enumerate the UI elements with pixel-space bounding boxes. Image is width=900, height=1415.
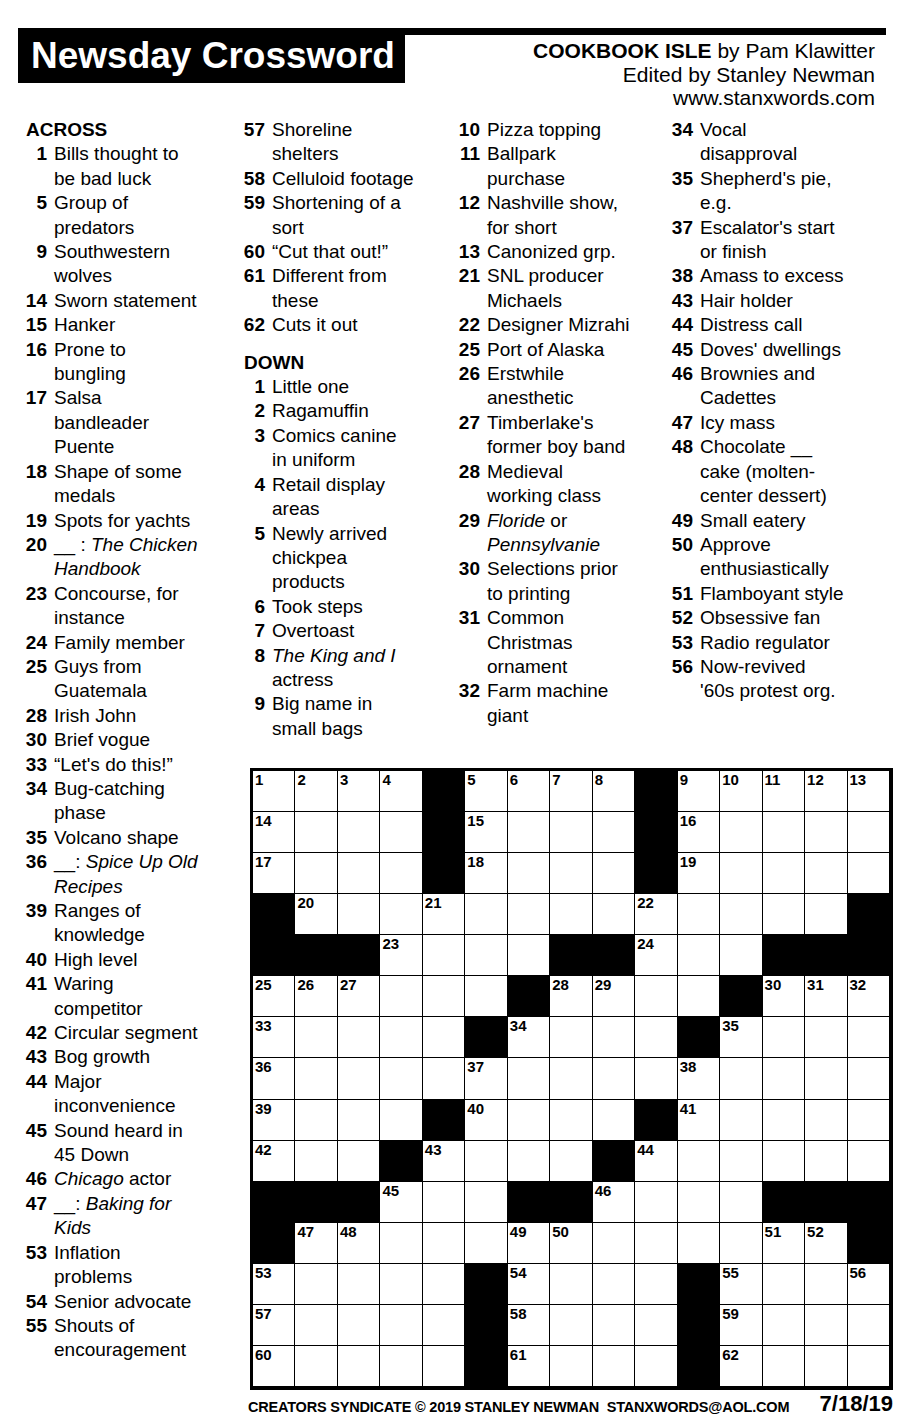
grid-cell-r4c13[interactable]: [763, 894, 805, 935]
clue-text: Selections prior to printing: [487, 557, 631, 606]
grid-cell-r10c13[interactable]: [763, 1141, 805, 1182]
grid-cell-r14c3[interactable]: [338, 1305, 380, 1346]
grid-cell-r9c4[interactable]: [380, 1100, 422, 1141]
grid-cell-r1c2[interactable]: 2: [295, 771, 337, 812]
grid-cell-r6c1[interactable]: 25: [253, 976, 295, 1017]
grid-cell-r4c6[interactable]: [465, 894, 507, 935]
grid-cell-r11c10[interactable]: [635, 1182, 677, 1223]
grid-cell-r11c11[interactable]: [678, 1182, 720, 1223]
grid-cell-r15c15[interactable]: [848, 1346, 890, 1387]
clue-across-23: 23Concourse, for instance: [19, 582, 203, 631]
clue-number: 53: [665, 631, 693, 655]
clue-number: 30: [19, 728, 47, 752]
grid-cell-r7c2[interactable]: [295, 1017, 337, 1058]
grid-cell-r4c7[interactable]: [508, 894, 550, 935]
grid-cell-r4c2[interactable]: 20: [295, 894, 337, 935]
grid-cell-r12c5[interactable]: [423, 1223, 465, 1264]
grid-cell-r11c4[interactable]: 45: [380, 1182, 422, 1223]
grid-cell-r14c9[interactable]: [593, 1305, 635, 1346]
grid-cell-r5c6[interactable]: [465, 935, 507, 976]
grid-cell-r11c12[interactable]: [720, 1182, 762, 1223]
cell-number-49: 49: [510, 1223, 527, 1240]
grid-cell-r1c7[interactable]: 6: [508, 771, 550, 812]
grid-cell-r3c6[interactable]: 18: [465, 853, 507, 894]
grid-cell-r8c5[interactable]: [423, 1058, 465, 1099]
clue-across-1: 1Bills thought to be bad luck: [19, 142, 203, 191]
grid-cell-r7c4[interactable]: [380, 1017, 422, 1058]
grid-cell-r10c11[interactable]: [678, 1141, 720, 1182]
grid-cell-r2c6[interactable]: 15: [465, 812, 507, 853]
grid-cell-r2c14[interactable]: [805, 812, 847, 853]
puzzle-header: COOKBOOK ISLE by Pam Klawitter Edited by…: [533, 39, 875, 110]
grid-cell-r1c3[interactable]: 3: [338, 771, 380, 812]
grid-cell-r6c6[interactable]: [465, 976, 507, 1017]
grid-cell-r2c9[interactable]: [593, 812, 635, 853]
grid-cell-r3c2[interactable]: [295, 853, 337, 894]
grid-cell-r12c6[interactable]: [465, 1223, 507, 1264]
clue-number: 55: [19, 1314, 47, 1338]
grid-cell-r3c9[interactable]: [593, 853, 635, 894]
grid-cell-r8c1[interactable]: 36: [253, 1058, 295, 1099]
grid-cell-r12c3[interactable]: 48: [338, 1223, 380, 1264]
grid-cell-r3c14[interactable]: [805, 853, 847, 894]
grid-cell-r14c7[interactable]: 58: [508, 1305, 550, 1346]
grid-cell-r14c12[interactable]: 59: [720, 1305, 762, 1346]
clue-number: 18: [19, 460, 47, 484]
grid-cell-r8c12[interactable]: [720, 1058, 762, 1099]
black-square-r6c7: [508, 976, 550, 1017]
clue-number: 12: [452, 191, 480, 215]
clue-down-25: 25Port of Alaska: [452, 338, 636, 362]
black-square-r1c10: [635, 771, 677, 812]
grid-cell-r1c9[interactable]: 8: [593, 771, 635, 812]
grid-cell-r4c10[interactable]: 22: [635, 894, 677, 935]
clue-down-51: 51Flamboyant style: [665, 582, 849, 606]
clue-number: 10: [452, 118, 480, 142]
grid-cell-r12c9[interactable]: [593, 1223, 635, 1264]
grid-cell-r1c1[interactable]: 1: [253, 771, 295, 812]
grid-cell-r14c4[interactable]: [380, 1305, 422, 1346]
clue-text: Comics canine in uniform: [272, 424, 416, 473]
clue-number: 50: [665, 533, 693, 557]
grid-cell-r7c8[interactable]: [550, 1017, 592, 1058]
grid-cell-r2c7[interactable]: [508, 812, 550, 853]
grid-cell-r6c3[interactable]: 27: [338, 976, 380, 1017]
clue-down-6: 6Took steps: [237, 595, 421, 619]
grid-cell-r12c10[interactable]: [635, 1223, 677, 1264]
grid-cell-r7c3[interactable]: [338, 1017, 380, 1058]
grid-cell-r6c11[interactable]: [678, 976, 720, 1017]
grid-cell-r12c12[interactable]: [720, 1223, 762, 1264]
clue-across-58: 58Celluloid footage: [237, 167, 421, 191]
grid-cell-r12c13[interactable]: 51: [763, 1223, 805, 1264]
clue-number: 62: [237, 313, 265, 337]
grid-cell-r2c2[interactable]: [295, 812, 337, 853]
grid-cell-r13c4[interactable]: [380, 1264, 422, 1305]
clue-down-4: 4Retail display areas: [237, 473, 421, 522]
grid-cell-r3c11[interactable]: 19: [678, 853, 720, 894]
grid-cell-r4c14[interactable]: [805, 894, 847, 935]
grid-cell-r15c8[interactable]: [550, 1346, 592, 1387]
grid-cell-r9c1[interactable]: 39: [253, 1100, 295, 1141]
clue-across-36: 36__: Spice Up Old Recipes: [19, 850, 203, 899]
clue-number: 11: [452, 142, 480, 166]
clue-number: 61: [237, 264, 265, 288]
grid-cell-r12c7[interactable]: 49: [508, 1223, 550, 1264]
grid-cell-r13c7[interactable]: 54: [508, 1264, 550, 1305]
clue-text: Bills thought to be bad luck: [54, 142, 198, 191]
grid-cell-r7c14[interactable]: [805, 1017, 847, 1058]
cell-number-1: 1: [255, 771, 263, 788]
grid-cell-r2c4[interactable]: [380, 812, 422, 853]
cell-number-45: 45: [382, 1182, 399, 1199]
grid-cell-r5c4[interactable]: 23: [380, 935, 422, 976]
grid-cell-r7c12[interactable]: 35: [720, 1017, 762, 1058]
grid-cell-r6c14[interactable]: 31: [805, 976, 847, 1017]
grid-cell-r9c7[interactable]: [508, 1100, 550, 1141]
grid-cell-r13c12[interactable]: 55: [720, 1264, 762, 1305]
grid-cell-r13c2[interactable]: [295, 1264, 337, 1305]
clue-text: __: Baking for Kids: [54, 1192, 198, 1241]
clue-text: Shape of some medals: [54, 460, 198, 509]
grid-cell-r5c5[interactable]: [423, 935, 465, 976]
clue-text: Big name in small bags: [272, 692, 416, 741]
clue-number: 26: [452, 362, 480, 386]
clue-text: Hanker: [54, 313, 198, 337]
grid-cell-r6c5[interactable]: [423, 976, 465, 1017]
clue-across-60: 60“Cut that out!”: [237, 240, 421, 264]
grid-cell-r8c6[interactable]: 37: [465, 1058, 507, 1099]
cell-number-4: 4: [382, 771, 390, 788]
cell-number-57: 57: [255, 1305, 272, 1322]
grid-cell-r10c6[interactable]: [465, 1141, 507, 1182]
grid-cell-r14c8[interactable]: [550, 1305, 592, 1346]
black-square-r13c11: [678, 1264, 720, 1305]
grid-cell-r14c14[interactable]: [805, 1305, 847, 1346]
grid-cell-r8c10[interactable]: [635, 1058, 677, 1099]
clue-text: Icy mass: [700, 411, 844, 435]
clue-text: Canonized grp.: [487, 240, 631, 264]
black-square-r11c8: [550, 1182, 592, 1223]
grid-cell-r8c15[interactable]: [848, 1058, 890, 1099]
grid-cell-r10c15[interactable]: [848, 1141, 890, 1182]
grid-cell-r15c5[interactable]: [423, 1346, 465, 1387]
grid-cell-r10c3[interactable]: [338, 1141, 380, 1182]
grid-cell-r12c2[interactable]: 47: [295, 1223, 337, 1264]
grid-cell-r9c3[interactable]: [338, 1100, 380, 1141]
clue-number: 33: [19, 753, 47, 777]
puzzle-title: COOKBOOK ISLE: [533, 39, 712, 62]
cell-number-62: 62: [722, 1346, 739, 1363]
grid-cell-r3c7[interactable]: [508, 853, 550, 894]
grid-cell-r10c5[interactable]: 43: [423, 1141, 465, 1182]
black-square-r6c12: [720, 976, 762, 1017]
grid-cell-r11c9[interactable]: 46: [593, 1182, 635, 1223]
cell-number-25: 25: [255, 976, 272, 993]
clue-across-47: 47__: Baking for Kids: [19, 1192, 203, 1241]
grid-cell-r12c14[interactable]: 52: [805, 1223, 847, 1264]
clue-number: 4: [237, 473, 265, 497]
grid-cell-r11c6[interactable]: [465, 1182, 507, 1223]
black-square-r11c14: [805, 1182, 847, 1223]
grid-cell-r4c12[interactable]: [720, 894, 762, 935]
clue-across-59: 59Shortening of a sort: [237, 191, 421, 240]
grid-cell-r14c1[interactable]: 57: [253, 1305, 295, 1346]
grid-cell-r13c5[interactable]: [423, 1264, 465, 1305]
black-square-r7c6: [465, 1017, 507, 1058]
grid-cell-r8c11[interactable]: 38: [678, 1058, 720, 1099]
grid-cell-r12c4[interactable]: [380, 1223, 422, 1264]
black-square-r11c7: [508, 1182, 550, 1223]
grid-cell-r13c13[interactable]: [763, 1264, 805, 1305]
grid-cell-r2c12[interactable]: [720, 812, 762, 853]
grid-cell-r9c2[interactable]: [295, 1100, 337, 1141]
grid-cell-r7c10[interactable]: [635, 1017, 677, 1058]
grid-cell-r5c12[interactable]: [720, 935, 762, 976]
clue-text: Concourse, for instance: [54, 582, 198, 631]
grid-cell-r13c1[interactable]: 53: [253, 1264, 295, 1305]
grid-cell-r8c2[interactable]: [295, 1058, 337, 1099]
grid-cell-r6c8[interactable]: 28: [550, 976, 592, 1017]
grid-cell-r13c14[interactable]: [805, 1264, 847, 1305]
grid-cell-r3c15[interactable]: [848, 853, 890, 894]
cell-number-54: 54: [510, 1264, 527, 1281]
cell-number-55: 55: [722, 1264, 739, 1281]
grid-cell-r15c12[interactable]: 62: [720, 1346, 762, 1387]
grid-cell-r6c4[interactable]: [380, 976, 422, 1017]
grid-cell-r8c4[interactable]: [380, 1058, 422, 1099]
cell-number-12: 12: [807, 771, 824, 788]
clue-text: Ballpark purchase: [487, 142, 631, 191]
grid-cell-r3c3[interactable]: [338, 853, 380, 894]
grid-cell-r8c3[interactable]: [338, 1058, 380, 1099]
grid-cell-r13c3[interactable]: [338, 1264, 380, 1305]
grid-cell-r1c6[interactable]: 5: [465, 771, 507, 812]
black-square-r5c3: [338, 935, 380, 976]
black-square-r3c5: [423, 853, 465, 894]
grid-cell-r15c14[interactable]: [805, 1346, 847, 1387]
grid-cell-r1c4[interactable]: 4: [380, 771, 422, 812]
grid-cell-r7c1[interactable]: 33: [253, 1017, 295, 1058]
clue-number: 49: [665, 509, 693, 533]
grid-cell-r2c11[interactable]: 16: [678, 812, 720, 853]
grid-cell-r9c11[interactable]: 41: [678, 1100, 720, 1141]
grid-cell-r13c10[interactable]: [635, 1264, 677, 1305]
grid-cell-r14c15[interactable]: [848, 1305, 890, 1346]
cell-number-61: 61: [510, 1346, 527, 1363]
grid-cell-r2c8[interactable]: [550, 812, 592, 853]
grid-cell-r6c9[interactable]: 29: [593, 976, 635, 1017]
grid-cell-r9c14[interactable]: [805, 1100, 847, 1141]
grid-cell-r10c14[interactable]: [805, 1141, 847, 1182]
clue-across-62: 62Cuts it out: [237, 313, 421, 337]
cell-number-10: 10: [722, 771, 739, 788]
grid-cell-r15c3[interactable]: [338, 1346, 380, 1387]
grid-cell-r8c9[interactable]: [593, 1058, 635, 1099]
clue-number: 35: [665, 167, 693, 191]
cell-number-3: 3: [340, 771, 348, 788]
grid-cell-r12c11[interactable]: [678, 1223, 720, 1264]
grid-cell-r1c13[interactable]: 11: [763, 771, 805, 812]
grid-cell-r5c10[interactable]: 24: [635, 935, 677, 976]
grid-cell-r11c5[interactable]: [423, 1182, 465, 1223]
grid-cell-r14c2[interactable]: [295, 1305, 337, 1346]
grid-cell-r9c8[interactable]: [550, 1100, 592, 1141]
cell-number-43: 43: [425, 1141, 442, 1158]
grid-cell-r4c5[interactable]: 21: [423, 894, 465, 935]
grid-cell-r15c2[interactable]: [295, 1346, 337, 1387]
grid-cell-r3c12[interactable]: [720, 853, 762, 894]
clue-down-26: 26Erstwhile anesthetic: [452, 362, 636, 411]
grid-cell-r13c8[interactable]: [550, 1264, 592, 1305]
clue-down-53: 53Radio regulator: [665, 631, 849, 655]
grid-cell-r9c6[interactable]: 40: [465, 1100, 507, 1141]
black-square-r11c15: [848, 1182, 890, 1223]
grid-cell-r6c2[interactable]: 26: [295, 976, 337, 1017]
clue-across-40: 40High level: [19, 948, 203, 972]
grid-cell-r4c11[interactable]: [678, 894, 720, 935]
grid-cell-r1c11[interactable]: 9: [678, 771, 720, 812]
clue-text: __: Spice Up Old Recipes: [54, 850, 198, 899]
grid-cell-r2c3[interactable]: [338, 812, 380, 853]
cell-number-51: 51: [765, 1223, 782, 1240]
clue-number: 30: [452, 557, 480, 581]
clue-number: 53: [19, 1241, 47, 1265]
cell-number-11: 11: [765, 771, 781, 788]
grid-cell-r7c7[interactable]: 34: [508, 1017, 550, 1058]
black-square-r5c8: [550, 935, 592, 976]
clue-across-35: 35Volcano shape: [19, 826, 203, 850]
grid-cell-r10c2[interactable]: [295, 1141, 337, 1182]
clue-text: Waring competitor: [54, 972, 198, 1021]
grid-cell-r14c10[interactable]: [635, 1305, 677, 1346]
grid-cell-r9c12[interactable]: [720, 1100, 762, 1141]
cell-number-31: 31: [807, 976, 824, 993]
clue-down-50: 50Approve enthusiastically: [665, 533, 849, 582]
grid-cell-r3c13[interactable]: [763, 853, 805, 894]
clue-text: Brief vogue: [54, 728, 198, 752]
clue-down-44: 44Distress call: [665, 313, 849, 337]
clue-number: 28: [19, 704, 47, 728]
crossword-page: Newsday Crossword COOKBOOK ISLE by Pam K…: [0, 0, 900, 1415]
grid-cell-r2c13[interactable]: [763, 812, 805, 853]
grid-cell-r8c7[interactable]: [508, 1058, 550, 1099]
grid-cell-r9c13[interactable]: [763, 1100, 805, 1141]
puzzle-date: 7/18/19: [820, 1391, 893, 1415]
clue-text: Brownies and Cadettes: [700, 362, 844, 411]
clue-number: 36: [19, 850, 47, 874]
clue-number: 34: [665, 118, 693, 142]
clue-text: Vocal disapproval: [700, 118, 844, 167]
black-square-r2c5: [423, 812, 465, 853]
grid-cell-r2c15[interactable]: [848, 812, 890, 853]
clue-column-1: ACROSS1Bills thought to be bad luck5Grou…: [19, 118, 203, 1363]
clue-text: Newly arrived chickpea products: [272, 522, 416, 595]
down-heading: DOWN: [237, 351, 421, 375]
clue-column-4: 34Vocal disapproval35Shepherd's pie, e.g…: [665, 118, 849, 704]
grid-cell-r7c9[interactable]: [593, 1017, 635, 1058]
clue-number: 25: [19, 655, 47, 679]
grid-cell-r10c1[interactable]: 42: [253, 1141, 295, 1182]
grid-cell-r5c7[interactable]: [508, 935, 550, 976]
clue-column-2: 57Shoreline shelters58Celluloid footage5…: [237, 118, 421, 741]
grid-cell-r13c9[interactable]: [593, 1264, 635, 1305]
grid-cell-r14c13[interactable]: [763, 1305, 805, 1346]
grid-cell-r3c8[interactable]: [550, 853, 592, 894]
puzzle-byline: by Pam Klawitter: [712, 39, 875, 62]
grid-cell-r10c7[interactable]: [508, 1141, 550, 1182]
grid-cell-r4c8[interactable]: [550, 894, 592, 935]
grid-cell-r3c1[interactable]: 17: [253, 853, 295, 894]
grid-cell-r12c8[interactable]: 50: [550, 1223, 592, 1264]
grid-cell-r6c10[interactable]: [635, 976, 677, 1017]
clue-down-27: 27Timberlake's former boy band: [452, 411, 636, 460]
grid-cell-r10c12[interactable]: [720, 1141, 762, 1182]
grid-cell-r1c14[interactable]: 12: [805, 771, 847, 812]
cell-number-30: 30: [765, 976, 782, 993]
cell-number-22: 22: [637, 894, 654, 911]
grid-cell-r10c8[interactable]: [550, 1141, 592, 1182]
grid-cell-r9c9[interactable]: [593, 1100, 635, 1141]
clue-across-53: 53Inflation problems: [19, 1241, 203, 1290]
grid-cell-r15c7[interactable]: 61: [508, 1346, 550, 1387]
grid-cell-r13c15[interactable]: 56: [848, 1264, 890, 1305]
grid-cell-r7c5[interactable]: [423, 1017, 465, 1058]
cell-number-36: 36: [255, 1058, 272, 1075]
black-square-r9c10: [635, 1100, 677, 1141]
clue-text: Common Christmas ornament: [487, 606, 631, 679]
grid-cell-r8c13[interactable]: [763, 1058, 805, 1099]
black-square-r15c6: [465, 1346, 507, 1387]
clue-number: 6: [237, 595, 265, 619]
grid-cell-r8c14[interactable]: [805, 1058, 847, 1099]
clue-across-33: 33“Let's do this!”: [19, 753, 203, 777]
grid-cell-r7c15[interactable]: [848, 1017, 890, 1058]
grid-cell-r6c13[interactable]: 30: [763, 976, 805, 1017]
grid-cell-r6c15[interactable]: 32: [848, 976, 890, 1017]
grid-cell-r4c3[interactable]: [338, 894, 380, 935]
clue-number: 23: [19, 582, 47, 606]
clue-number: 20: [19, 533, 47, 557]
grid-cell-r1c15[interactable]: 13: [848, 771, 890, 812]
grid-cell-r9c15[interactable]: [848, 1100, 890, 1141]
cell-number-19: 19: [680, 853, 697, 870]
cell-number-18: 18: [467, 853, 484, 870]
clue-down-46: 46Brownies and Cadettes: [665, 362, 849, 411]
grid-cell-r15c10[interactable]: [635, 1346, 677, 1387]
grid-cell-r4c9[interactable]: [593, 894, 635, 935]
grid-cell-r10c10[interactable]: 44: [635, 1141, 677, 1182]
grid-cell-r4c4[interactable]: [380, 894, 422, 935]
grid-cell-r14c5[interactable]: [423, 1305, 465, 1346]
clue-text: Sound heard in 45 Down: [54, 1119, 198, 1168]
cell-number-47: 47: [297, 1223, 314, 1240]
grid-cell-r7c13[interactable]: [763, 1017, 805, 1058]
grid-cell-r15c9[interactable]: [593, 1346, 635, 1387]
clue-number: 45: [665, 338, 693, 362]
grid-cell-r15c1[interactable]: 60: [253, 1346, 295, 1387]
grid-cell-r5c11[interactable]: [678, 935, 720, 976]
clue-number: 24: [19, 631, 47, 655]
grid-cell-r8c8[interactable]: [550, 1058, 592, 1099]
grid-cell-r3c4[interactable]: [380, 853, 422, 894]
grid-cell-r1c8[interactable]: 7: [550, 771, 592, 812]
grid-cell-r1c12[interactable]: 10: [720, 771, 762, 812]
clue-down-35: 35Shepherd's pie, e.g.: [665, 167, 849, 216]
grid-cell-r15c4[interactable]: [380, 1346, 422, 1387]
grid-cell-r15c13[interactable]: [763, 1346, 805, 1387]
grid-cell-r2c1[interactable]: 14: [253, 812, 295, 853]
